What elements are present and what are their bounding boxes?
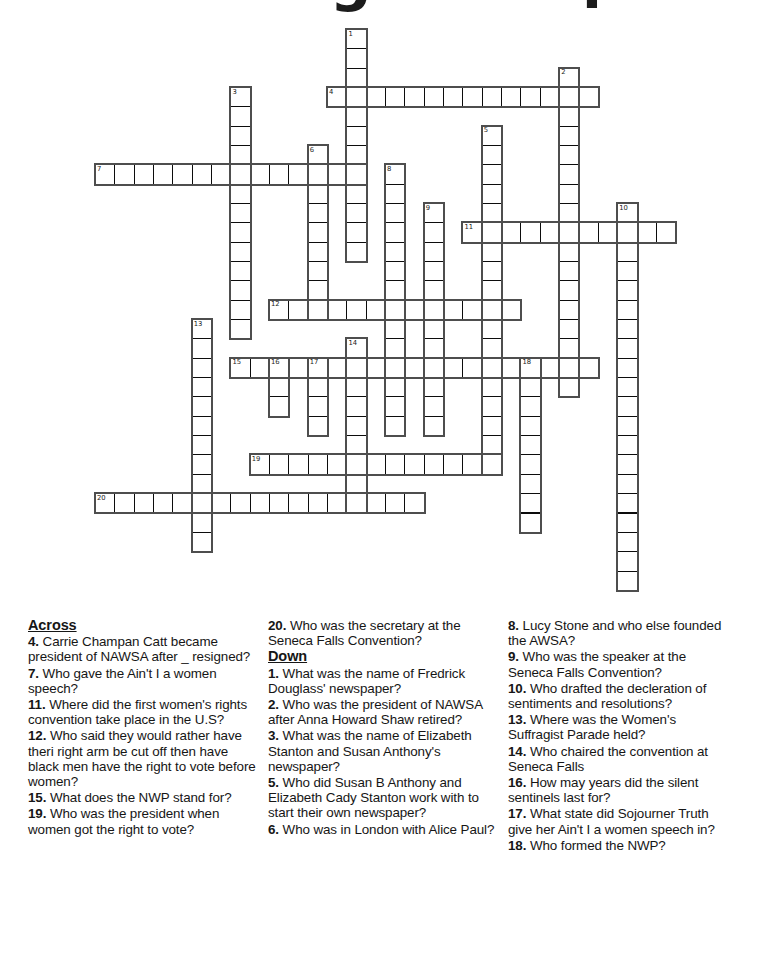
- clue-number: 15.: [28, 790, 50, 805]
- grid-cell-r16c20[interactable]: [482, 338, 502, 358]
- grid-cell-r5c7[interactable]: [230, 126, 250, 146]
- clue-number: 18.: [508, 838, 530, 853]
- grid-cell-r22c5[interactable]: [192, 454, 212, 474]
- clue-4: 4. Carrie Champan Catt became president …: [28, 634, 256, 664]
- clue-number: 13.: [508, 712, 530, 727]
- grid-cell-r9c7[interactable]: [230, 203, 250, 223]
- grid-cell-r22c11[interactable]: [308, 454, 328, 474]
- grid-cell-r19c13[interactable]: [346, 396, 366, 416]
- grid-cell-r7c6[interactable]: [211, 164, 231, 184]
- grid-cell-r5c13[interactable]: [346, 126, 366, 146]
- clue-17: 17. What state did Sojourner Truth give …: [508, 806, 730, 836]
- cell-number-19: 19: [252, 456, 261, 463]
- grid-cell-r22c14[interactable]: [366, 454, 386, 474]
- grid-cell-r10c26[interactable]: [598, 222, 618, 242]
- grid-cell-r24c3[interactable]: [153, 493, 173, 513]
- grid-cell-r24c2[interactable]: [134, 493, 154, 513]
- grid-cell-r7c3[interactable]: [153, 164, 173, 184]
- grid-cell-r14c24[interactable]: [559, 300, 579, 320]
- grid-cell-r16c17[interactable]: [424, 338, 444, 358]
- grid-cell-r7c13[interactable]: [346, 164, 366, 184]
- grid-cell-r24c4[interactable]: [172, 493, 192, 513]
- cell-number-16: 16: [271, 359, 280, 366]
- grid-cell-r12c11[interactable]: [308, 261, 328, 281]
- clue-text: Where was the Women's Suffragist Parade …: [508, 712, 676, 742]
- grid-cell-r17c16[interactable]: [404, 358, 424, 378]
- grid-cell-r3c23[interactable]: [540, 87, 560, 107]
- grid-cell-r16c15[interactable]: [385, 338, 405, 358]
- grid-cell-r24c6[interactable]: [211, 493, 231, 513]
- cell-number-8: 8: [387, 166, 391, 173]
- grid-cell-r14c7[interactable]: [230, 300, 250, 320]
- grid-cell-r1c13[interactable]: [346, 48, 366, 68]
- grid-cell-r24c27[interactable]: [617, 493, 637, 513]
- grid-cell-r20c27[interactable]: [617, 416, 637, 436]
- grid-cell-r13c17[interactable]: [424, 280, 444, 300]
- grid-cell-r11c11[interactable]: [308, 242, 328, 262]
- grid-cell-r6c13[interactable]: [346, 145, 366, 165]
- grid-cell-r6c24[interactable]: [559, 145, 579, 165]
- grid-cell-r17c27[interactable]: [617, 358, 637, 378]
- clue-number: 20.: [268, 618, 290, 633]
- clue-3: 3. What was the name of Elizabeth Stanto…: [268, 728, 498, 774]
- grid-cell-r3c15[interactable]: [385, 87, 405, 107]
- grid-cell-r24c12[interactable]: [327, 493, 347, 513]
- grid-cell-r13c20[interactable]: [482, 280, 502, 300]
- grid-cell-r7c20[interactable]: [482, 164, 502, 184]
- grid-cell-r14c19[interactable]: [462, 300, 482, 320]
- grid-cell-r14c12[interactable]: [327, 300, 347, 320]
- grid-cell-r16c27[interactable]: [617, 338, 637, 358]
- grid-cell-r18c17[interactable]: [424, 377, 444, 397]
- grid-cell-r10c15[interactable]: [385, 222, 405, 242]
- grid-cell-r3c20[interactable]: [482, 87, 502, 107]
- clue-text: Lucy Stone and who else founded the AWSA…: [508, 618, 721, 648]
- grid-cell-r22c17[interactable]: [424, 454, 444, 474]
- grid-cell-r8c13[interactable]: [346, 184, 366, 204]
- cell-number-11: 11: [464, 224, 473, 231]
- grid-cell-r24c5[interactable]: [192, 493, 212, 513]
- clue-number: 7.: [28, 666, 43, 681]
- cell-number-12: 12: [271, 301, 280, 308]
- clue-text: What was the name of Fredrick Douglass' …: [268, 666, 465, 696]
- grid-cell-r14c17[interactable]: [424, 300, 444, 320]
- grid-cell-r16c5[interactable]: [192, 338, 212, 358]
- clue-number: 17.: [508, 806, 530, 821]
- cell-number-1: 1: [348, 31, 352, 38]
- grid-cell-r3c16[interactable]: [404, 87, 424, 107]
- grid-cell-r8c15[interactable]: [385, 184, 405, 204]
- grid-cell-r24c9[interactable]: [269, 493, 289, 513]
- grid-cell-r6c20[interactable]: [482, 145, 502, 165]
- grid-cell-r22c10[interactable]: [288, 454, 308, 474]
- grid-cell-r25c22[interactable]: [520, 513, 540, 533]
- grid-cell-r20c15[interactable]: [385, 416, 405, 436]
- clue-text: Who chaired the convention at Seneca Fal…: [508, 744, 708, 774]
- grid-cell-r22c22[interactable]: [520, 454, 540, 474]
- grid-cell-r17c25[interactable]: [579, 358, 599, 378]
- grid-cell-r22c19[interactable]: [462, 454, 482, 474]
- grid-cell-r11c15[interactable]: [385, 242, 405, 262]
- grid-cell-r14c21[interactable]: [501, 300, 521, 320]
- grid-cell-r8c20[interactable]: [482, 184, 502, 204]
- grid-cell-r8c24[interactable]: [559, 184, 579, 204]
- clue-15: 15. What does the NWP stand for?: [28, 790, 256, 805]
- grid-cell-r17c18[interactable]: [443, 358, 463, 378]
- clue-text: What was the name of Elizabeth Stanton a…: [268, 728, 472, 773]
- grid-cell-r22c20[interactable]: [482, 454, 502, 474]
- grid-cell-r7c24[interactable]: [559, 164, 579, 184]
- clue-text: Who formed the NWP?: [530, 838, 666, 853]
- grid-cell-r3c13[interactable]: [346, 87, 366, 107]
- grid-cell-r9c15[interactable]: [385, 203, 405, 223]
- grid-cell-r7c2[interactable]: [134, 164, 154, 184]
- grid-cell-r18c15[interactable]: [385, 377, 405, 397]
- grid-cell-r7c4[interactable]: [172, 164, 192, 184]
- grid-cell-r19c9[interactable]: [269, 396, 289, 416]
- grid-cell-r17c21[interactable]: [501, 358, 521, 378]
- grid-cell-r13c7[interactable]: [230, 280, 250, 300]
- grid-cell-r11c17[interactable]: [424, 242, 444, 262]
- clue-5: 5. Who did Susan B Anthony and Elizabeth…: [268, 775, 498, 821]
- grid-cell-r3c24[interactable]: [559, 87, 579, 107]
- grid-cell-r11c24[interactable]: [559, 242, 579, 262]
- clue-text: Who gave the Ain't I a women speech?: [28, 666, 217, 696]
- grid-cell-r24c11[interactable]: [308, 493, 328, 513]
- clue-9: 9. Who was the speaker at the Seneca Fal…: [508, 649, 730, 679]
- grid-cell-r22c16[interactable]: [404, 454, 424, 474]
- clue-column-1: Across4. Carrie Champan Catt became pres…: [28, 618, 256, 838]
- grid-cell-r21c13[interactable]: [346, 435, 366, 455]
- grid-cell-r10c25[interactable]: [579, 222, 599, 242]
- clue-text: How may years did the silent sentinels l…: [508, 775, 698, 805]
- clue-number: 9.: [508, 649, 523, 664]
- grid-cell-r19c20[interactable]: [482, 396, 502, 416]
- clue-text: Who was in London with Alice Paul?: [283, 822, 495, 837]
- clues-heading-down: Down: [268, 649, 498, 664]
- grid-cell-r4c7[interactable]: [230, 106, 250, 126]
- grid-cell-r20c17[interactable]: [424, 416, 444, 436]
- grid-cell-r14c13[interactable]: [346, 300, 366, 320]
- grid-cell-r17c19[interactable]: [462, 358, 482, 378]
- grid-cell-r20c22[interactable]: [520, 416, 540, 436]
- grid-cell-r21c5[interactable]: [192, 435, 212, 455]
- clue-text: Who did Susan B Anthony and Elizabeth Ca…: [268, 775, 479, 820]
- clue-text: Who was the president when women got the…: [28, 806, 219, 836]
- grid-cell-r16c24[interactable]: [559, 338, 579, 358]
- clue-11: 11. Where did the first women's rights c…: [28, 697, 256, 727]
- grid-cell-r7c9[interactable]: [269, 164, 289, 184]
- grid-cell-r10c29[interactable]: [656, 222, 676, 242]
- grid-cell-r24c7[interactable]: [230, 493, 250, 513]
- grid-cell-r14c14[interactable]: [366, 300, 386, 320]
- cell-number-17: 17: [310, 359, 319, 366]
- grid-cell-r22c9[interactable]: [269, 454, 289, 474]
- grid-cell-r17c8[interactable]: [250, 358, 270, 378]
- grid-cell-r24c16[interactable]: [404, 493, 424, 513]
- grid-cell-r4c24[interactable]: [559, 106, 579, 126]
- clue-number: 16.: [508, 775, 530, 790]
- clues-heading-across: Across: [28, 618, 256, 633]
- cell-number-6: 6: [310, 147, 314, 154]
- grid-cell-r17c12[interactable]: [327, 358, 347, 378]
- grid-cell-r10c24[interactable]: [559, 222, 579, 242]
- grid-cell-r3c17[interactable]: [424, 87, 444, 107]
- clue-number: 12.: [28, 728, 50, 743]
- grid-cell-r15c15[interactable]: [385, 319, 405, 339]
- grid-cell-r17c14[interactable]: [366, 358, 386, 378]
- grid-cell-r15c27[interactable]: [617, 319, 637, 339]
- grid-cell-r11c27[interactable]: [617, 242, 637, 262]
- cell-number-20: 20: [97, 495, 106, 502]
- grid-cell-r20c5[interactable]: [192, 416, 212, 436]
- grid-cell-r15c24[interactable]: [559, 319, 579, 339]
- crossword-grid: 1234567891011121314151617181920: [0, 0, 765, 600]
- cell-number-3: 3: [232, 89, 236, 96]
- grid-cell-r21c27[interactable]: [617, 435, 637, 455]
- clue-number: 3.: [268, 728, 283, 743]
- clue-7: 7. Who gave the Ain't I a women speech?: [28, 666, 256, 696]
- clue-1: 1. What was the name of Fredrick Douglas…: [268, 666, 498, 696]
- grid-cell-r2c13[interactable]: [346, 68, 366, 88]
- grid-cell-r15c17[interactable]: [424, 319, 444, 339]
- grid-cell-r25c27[interactable]: [617, 513, 637, 533]
- grid-cell-r18c9[interactable]: [269, 377, 289, 397]
- grid-cell-r24c14[interactable]: [366, 493, 386, 513]
- grid-cell-r7c12[interactable]: [327, 164, 347, 184]
- grid-cell-r18c13[interactable]: [346, 377, 366, 397]
- grid-cell-r13c15[interactable]: [385, 280, 405, 300]
- grid-cell-r15c20[interactable]: [482, 319, 502, 339]
- grid-cell-r22c12[interactable]: [327, 454, 347, 474]
- grid-cell-r13c24[interactable]: [559, 280, 579, 300]
- grid-cell-r3c14[interactable]: [366, 87, 386, 107]
- clue-20: 20. Who was the secretary at the Seneca …: [268, 618, 498, 648]
- grid-cell-r19c22[interactable]: [520, 396, 540, 416]
- grid-cell-r11c13[interactable]: [346, 242, 366, 262]
- grid-cell-r10c7[interactable]: [230, 222, 250, 242]
- grid-cell-r6c7[interactable]: [230, 145, 250, 165]
- clue-number: 14.: [508, 744, 530, 759]
- grid-cell-r7c11[interactable]: [308, 164, 328, 184]
- grid-cell-r13c27[interactable]: [617, 280, 637, 300]
- clue-10: 10. Who drafted the decleration of senti…: [508, 681, 730, 711]
- clue-6: 6. Who was in London with Alice Paul?: [268, 822, 498, 837]
- grid-cell-r12c7[interactable]: [230, 261, 250, 281]
- grid-cell-r3c21[interactable]: [501, 87, 521, 107]
- clue-text: Who drafted the decleration of sentiment…: [508, 681, 706, 711]
- grid-cell-r17c23[interactable]: [540, 358, 560, 378]
- grid-cell-r9c13[interactable]: [346, 203, 366, 223]
- grid-cell-r7c8[interactable]: [250, 164, 270, 184]
- grid-cell-r20c20[interactable]: [482, 416, 502, 436]
- grid-cell-r7c7[interactable]: [230, 164, 250, 184]
- crossword-worksheet-page: g p 1234567891011121314151617181920 Acro…: [0, 0, 765, 974]
- clue-text: Who said they would rather have theri ri…: [28, 728, 256, 789]
- grid-cell-r19c15[interactable]: [385, 396, 405, 416]
- grid-cell-r24c8[interactable]: [250, 493, 270, 513]
- clue-number: 19.: [28, 806, 50, 821]
- clue-text: What state did Sojourner Truth give her …: [508, 806, 715, 836]
- grid-cell-r10c17[interactable]: [424, 222, 444, 242]
- grid-cell-r11c7[interactable]: [230, 242, 250, 262]
- grid-cell-r12c17[interactable]: [424, 261, 444, 281]
- clue-number: 10.: [508, 681, 530, 696]
- grid-cell-r8c11[interactable]: [308, 184, 328, 204]
- grid-cell-r19c27[interactable]: [617, 396, 637, 416]
- grid-cell-r3c19[interactable]: [462, 87, 482, 107]
- grid-cell-r22c18[interactable]: [443, 454, 463, 474]
- grid-cell-r24c1[interactable]: [114, 493, 134, 513]
- grid-cell-r5c24[interactable]: [559, 126, 579, 146]
- cell-number-18: 18: [522, 359, 531, 366]
- clue-2: 2. Who was the president of NAWSA after …: [268, 697, 498, 727]
- grid-cell-r28c27[interactable]: [617, 571, 637, 591]
- grid-cell-r17c20[interactable]: [482, 358, 502, 378]
- clue-number: 8.: [508, 618, 523, 633]
- grid-cell-r17c13[interactable]: [346, 358, 366, 378]
- grid-cell-r17c15[interactable]: [385, 358, 405, 378]
- grid-cell-r10c28[interactable]: [637, 222, 657, 242]
- clue-14: 14. Who chaired the convention at Seneca…: [508, 744, 730, 774]
- grid-cell-r14c27[interactable]: [617, 300, 637, 320]
- grid-cell-r10c22[interactable]: [520, 222, 540, 242]
- grid-cell-r14c20[interactable]: [482, 300, 502, 320]
- grid-cell-r11c20[interactable]: [482, 242, 502, 262]
- clue-number: 2.: [268, 697, 283, 712]
- cell-number-2: 2: [561, 69, 565, 76]
- grid-cell-r23c13[interactable]: [346, 474, 366, 494]
- clue-number: 6.: [268, 822, 283, 837]
- clue-column-2: 20. Who was the secretary at the Seneca …: [268, 618, 498, 838]
- grid-cell-r8c7[interactable]: [230, 184, 250, 204]
- clue-text: Who was the secretary at the Seneca Fall…: [268, 618, 461, 648]
- clue-number: 5.: [268, 775, 283, 790]
- grid-cell-r12c27[interactable]: [617, 261, 637, 281]
- cell-number-15: 15: [232, 359, 241, 366]
- grid-cell-r3c22[interactable]: [520, 87, 540, 107]
- grid-cell-r7c1[interactable]: [114, 164, 134, 184]
- grid-cell-r18c20[interactable]: [482, 377, 502, 397]
- clue-19: 19. Who was the president when women got…: [28, 806, 256, 836]
- grid-cell-r9c11[interactable]: [308, 203, 328, 223]
- grid-cell-r14c11[interactable]: [308, 300, 328, 320]
- grid-cell-r10c23[interactable]: [540, 222, 560, 242]
- grid-cell-r12c15[interactable]: [385, 261, 405, 281]
- grid-cell-r17c17[interactable]: [424, 358, 444, 378]
- cell-number-10: 10: [619, 205, 628, 212]
- grid-cell-r9c24[interactable]: [559, 203, 579, 223]
- grid-cell-r12c20[interactable]: [482, 261, 502, 281]
- clue-text: Who was the speaker at the Seneca Falls …: [508, 649, 686, 679]
- clue-12: 12. Who said they would rather have ther…: [28, 728, 256, 789]
- grid-cell-r26c27[interactable]: [617, 532, 637, 552]
- clue-number: 4.: [28, 634, 43, 649]
- clue-13: 13. Where was the Women's Suffragist Par…: [508, 712, 730, 742]
- clue-column-3: 8. Lucy Stone and who else founded the A…: [508, 618, 730, 854]
- grid-cell-r10c20[interactable]: [482, 222, 502, 242]
- grid-cell-r14c18[interactable]: [443, 300, 463, 320]
- cell-number-9: 9: [426, 205, 430, 212]
- grid-cell-r17c24[interactable]: [559, 358, 579, 378]
- grid-cell-r24c10[interactable]: [288, 493, 308, 513]
- cell-number-7: 7: [97, 166, 101, 173]
- grid-cell-r7c10[interactable]: [288, 164, 308, 184]
- grid-cell-r14c15[interactable]: [385, 300, 405, 320]
- grid-cell-r19c11[interactable]: [308, 396, 328, 416]
- grid-cell-r22c15[interactable]: [385, 454, 405, 474]
- grid-cell-r14c16[interactable]: [404, 300, 424, 320]
- grid-cell-r10c27[interactable]: [617, 222, 637, 242]
- grid-cell-r26c5[interactable]: [192, 532, 212, 552]
- clue-number: 11.: [28, 697, 49, 712]
- clue-18: 18. Who formed the NWP?: [508, 838, 730, 853]
- grid-cell-r21c22[interactable]: [520, 435, 540, 455]
- clue-number: 1.: [268, 666, 283, 681]
- grid-cell-r18c11[interactable]: [308, 377, 328, 397]
- cell-number-4: 4: [329, 89, 333, 96]
- clue-8: 8. Lucy Stone and who else founded the A…: [508, 618, 730, 648]
- grid-cell-r9c20[interactable]: [482, 203, 502, 223]
- grid-cell-r18c27[interactable]: [617, 377, 637, 397]
- grid-cell-r3c18[interactable]: [443, 87, 463, 107]
- clue-text: Carrie Champan Catt became president of …: [28, 634, 250, 664]
- grid-cell-r23c22[interactable]: [520, 474, 540, 494]
- grid-cell-r18c5[interactable]: [192, 377, 212, 397]
- grid-cell-r15c7[interactable]: [230, 319, 250, 339]
- clue-text: Where did the first women's rights conve…: [28, 697, 247, 727]
- grid-cell-r22c13[interactable]: [346, 454, 366, 474]
- grid-cell-r14c10[interactable]: [288, 300, 308, 320]
- grid-cell-r17c10[interactable]: [288, 358, 308, 378]
- grid-cell-r7c5[interactable]: [192, 164, 212, 184]
- grid-cell-r24c15[interactable]: [385, 493, 405, 513]
- grid-cell-r22c27[interactable]: [617, 454, 637, 474]
- grid-cell-r27c27[interactable]: [617, 551, 637, 571]
- grid-cell-r20c11[interactable]: [308, 416, 328, 436]
- grid-cell-r13c11[interactable]: [308, 280, 328, 300]
- grid-cell-r18c22[interactable]: [520, 377, 540, 397]
- grid-cell-r25c5[interactable]: [192, 513, 212, 533]
- grid-cell-r3c25[interactable]: [579, 87, 599, 107]
- grid-cell-r17c5[interactable]: [192, 358, 212, 378]
- grid-cell-r10c21[interactable]: [501, 222, 521, 242]
- cell-number-5: 5: [484, 127, 488, 134]
- clue-text: Who was the president of NAWSA after Ann…: [268, 697, 482, 727]
- grid-cell-r10c13[interactable]: [346, 222, 366, 242]
- clue-16: 16. How may years did the silent sentine…: [508, 775, 730, 805]
- grid-cell-r23c27[interactable]: [617, 474, 637, 494]
- grid-cell-r21c20[interactable]: [482, 435, 502, 455]
- grid-cell-r19c5[interactable]: [192, 396, 212, 416]
- grid-cell-r18c24[interactable]: [559, 377, 579, 397]
- cell-number-13: 13: [194, 321, 203, 328]
- grid-cell-r4c13[interactable]: [346, 106, 366, 126]
- grid-cell-r12c24[interactable]: [559, 261, 579, 281]
- grid-cell-r24c22[interactable]: [520, 493, 540, 513]
- clue-text: What does the NWP stand for?: [50, 790, 232, 805]
- grid-cell-r24c13[interactable]: [346, 493, 366, 513]
- grid-cell-r20c13[interactable]: [346, 416, 366, 436]
- grid-cell-r19c17[interactable]: [424, 396, 444, 416]
- grid-cell-r23c5[interactable]: [192, 474, 212, 494]
- cell-number-14: 14: [348, 340, 357, 347]
- grid-cell-r10c11[interactable]: [308, 222, 328, 242]
